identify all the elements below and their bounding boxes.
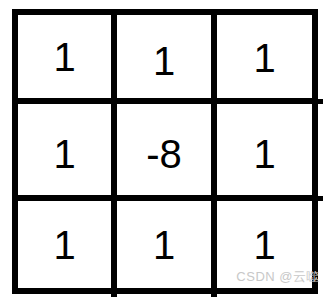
cell-value: 1 (253, 38, 275, 78)
cell-value: -8 (146, 134, 182, 174)
cell-value: 1 (253, 134, 275, 174)
csdn-watermark: CSDN @云噬 (236, 268, 320, 286)
cell-value: 1 (153, 225, 175, 265)
grid-cell-r1c3: 1 (217, 15, 312, 98)
line-overshoot-right-top (318, 99, 323, 104)
cell-value: 1 (153, 41, 175, 81)
grid-cell-r1c1: 1 (18, 15, 111, 98)
grid-cell-r2c2: -8 (117, 104, 211, 195)
grid-cell-r3c2: 1 (117, 201, 211, 288)
grid-cell-r1c2: 1 (117, 15, 211, 98)
cell-value: 1 (53, 134, 75, 174)
kernel-diagram: 1 1 1 1 -8 1 1 1 1 CSDN @云噬 (0, 0, 325, 297)
grid-cell-r2c3: 1 (217, 104, 312, 195)
grid-cell-r2c1: 1 (18, 104, 111, 195)
cell-value: 1 (53, 37, 75, 77)
grid-cell-r3c1: 1 (18, 201, 111, 288)
kernel-grid: 1 1 1 1 -8 1 1 1 1 (12, 9, 318, 294)
line-overshoot-right-bottom (318, 196, 323, 201)
cell-value: 1 (53, 225, 75, 265)
cell-value: 1 (253, 225, 275, 265)
